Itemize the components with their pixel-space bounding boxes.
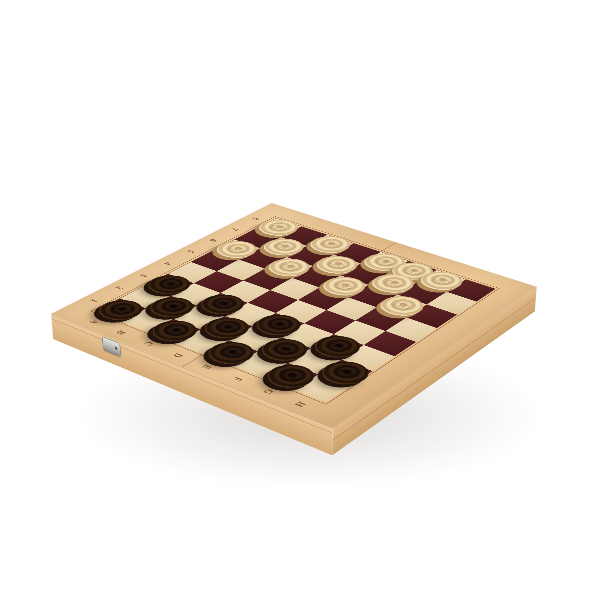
square-e1: ⛂ (204, 340, 258, 366)
dark-checker-a1: ⛂ (90, 296, 151, 324)
square-f1 (233, 351, 287, 377)
rank-label-text: 7 (229, 227, 240, 231)
rank-label-text: 2 (113, 285, 125, 290)
rank-label-1: 1 (79, 294, 109, 309)
dark-man-glyph: ⛂ (211, 320, 243, 335)
light-man-glyph: ⛀ (269, 241, 297, 253)
file-label-text: G (260, 388, 276, 396)
product-photo: 87654321 ABCDEFGH ⛀⛀⛀⛀⛀⛀⛀⛀⛀⛀⛀⛀⛂⛂⛂⛂⛂⛂⛂⛂⛂⛂… (0, 0, 600, 600)
rank-label-text: 6 (207, 238, 219, 242)
light-man-glyph: ⛀ (275, 261, 304, 274)
square-g3: ⛂ (311, 334, 364, 359)
dark-man-glyph: ⛂ (268, 342, 300, 358)
square-c2 (173, 306, 224, 330)
square-f4 (304, 310, 355, 334)
dark-man-glyph: ⛂ (274, 368, 307, 385)
square-g1: ⛂ (263, 363, 318, 390)
dark-checker-f2: ⛂ (253, 335, 316, 365)
dark-man-glyph: ⛂ (154, 278, 184, 292)
dark-man-glyph: ⛂ (105, 303, 136, 317)
clasp-screw (115, 346, 118, 350)
dark-man-glyph: ⛂ (329, 364, 362, 381)
square-h2: ⛂ (318, 359, 372, 386)
dark-checker-c1: ⛂ (143, 317, 205, 346)
square-c1: ⛂ (148, 319, 200, 343)
square-d3 (225, 303, 276, 327)
square-e4 (276, 300, 327, 323)
dark-checker-h2: ⛂ (313, 357, 377, 389)
light-man-glyph: ⛀ (329, 279, 359, 293)
square-b1 (121, 308, 173, 332)
file-label-text: B (114, 329, 128, 335)
file-label-text: H (292, 400, 308, 408)
dark-man-glyph: ⛂ (321, 339, 353, 355)
dark-checker-e3: ⛂ (248, 311, 309, 340)
rank-label-text: 5 (185, 249, 197, 254)
dark-man-glyph: ⛂ (159, 323, 191, 338)
square-f5 (326, 297, 376, 320)
square-e2 (229, 326, 282, 351)
square-a1: ⛂ (95, 298, 146, 321)
file-label-text: E (200, 364, 215, 371)
dark-man-glyph: ⛂ (207, 297, 238, 311)
square-g2 (288, 348, 342, 374)
rank-label-text: 1 (88, 298, 100, 303)
light-man-glyph: ⛀ (427, 274, 456, 287)
square-h4 (364, 331, 416, 356)
square-h5 (385, 318, 436, 342)
dark-man-glyph: ⛂ (263, 317, 294, 332)
light-man-glyph: ⛀ (378, 277, 407, 290)
dark-man-glyph: ⛂ (156, 300, 187, 314)
square-d2: ⛂ (201, 316, 253, 340)
square-e3: ⛂ (253, 313, 305, 337)
square-d1 (176, 329, 229, 354)
file-label-text: D (170, 352, 185, 359)
square-f2: ⛂ (258, 337, 311, 363)
light-man-glyph: ⛀ (323, 258, 352, 271)
rank-label-text: 4 (162, 261, 174, 266)
square-h1 (294, 374, 349, 402)
file-label-text: A (87, 318, 101, 324)
square-g5 (356, 307, 407, 331)
dark-checker-g3: ⛂ (306, 332, 369, 362)
file-label-text: C (141, 340, 156, 347)
square-g4 (334, 320, 386, 345)
dark-man-glyph: ⛂ (215, 345, 248, 361)
rank-label-text: 8 (250, 216, 261, 220)
file-label-text: F (230, 376, 245, 383)
rank-label-text: 3 (138, 273, 150, 278)
square-h6 (406, 304, 457, 328)
light-man-glyph: ⛀ (265, 222, 293, 234)
dark-checker-d2: ⛂ (196, 314, 258, 343)
dark-checker-e1: ⛂ (199, 338, 262, 369)
light-man-glyph: ⛀ (387, 299, 417, 313)
dark-checker-g1: ⛂ (258, 360, 323, 392)
square-h3 (341, 345, 394, 371)
square-f3 (281, 323, 333, 348)
light-man-glyph: ⛀ (222, 243, 251, 255)
light-man-glyph: ⛀ (316, 238, 344, 250)
